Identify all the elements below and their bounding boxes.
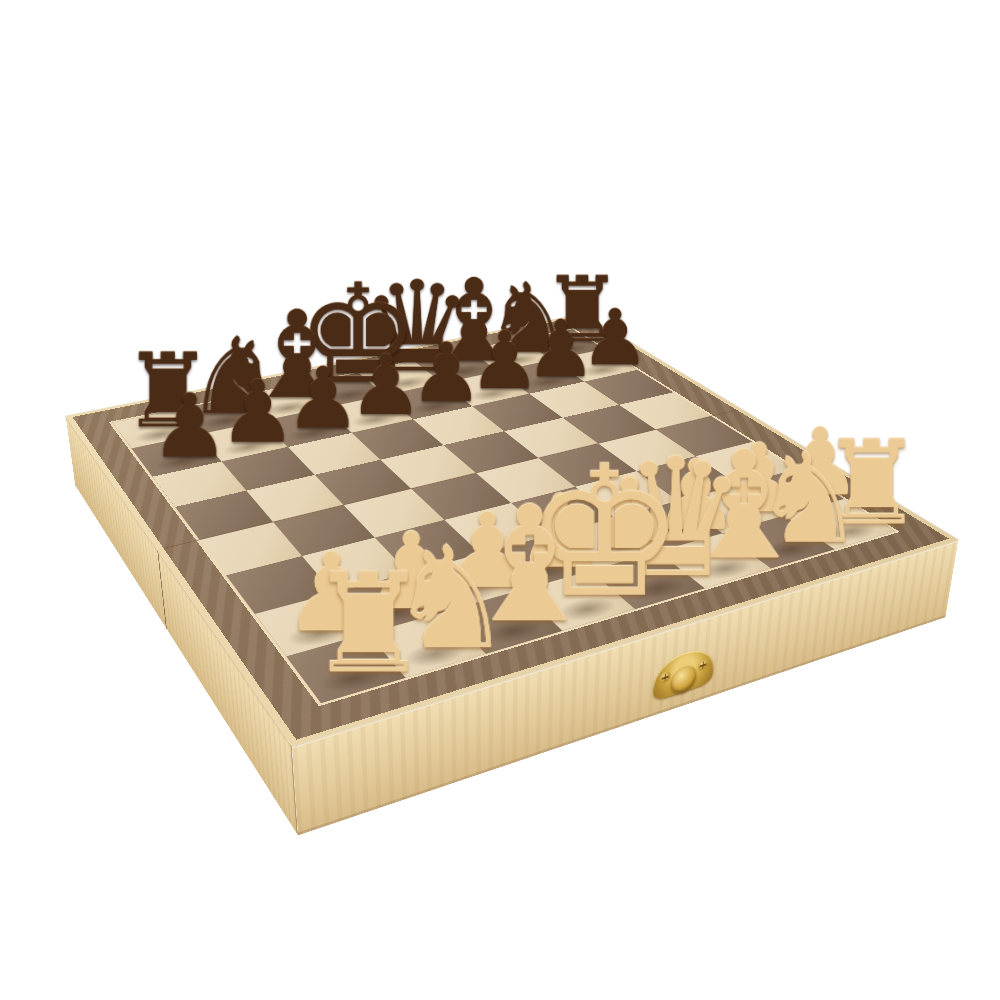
chess-set-photo: ♜♞♝♚♛♝♞♜♟♟♟♟♟♟♟♟♟♟♟♟♟♟♟♟♜♞♝♚♛♝♞♜	[0, 0, 1000, 1000]
fold-seam-side	[157, 550, 167, 630]
brass-clasp	[653, 643, 716, 702]
clasp-screw-left	[660, 670, 672, 684]
piece-white-rook-a1[interactable]: ♜	[307, 556, 430, 693]
piece-black-pawn-a7[interactable]: ♟	[150, 382, 229, 470]
chess-board: ♜♞♝♚♛♝♞♜♟♟♟♟♟♟♟♟♟♟♟♟♟♟♟♟♜♞♝♚♛♝♞♜	[65, 314, 958, 747]
piece-black-pawn-c7[interactable]: ♟	[285, 356, 361, 441]
clasp-screw-right	[698, 658, 709, 672]
piece-black-pawn-b7[interactable]: ♟	[219, 369, 296, 455]
clasp-knob	[670, 663, 697, 697]
